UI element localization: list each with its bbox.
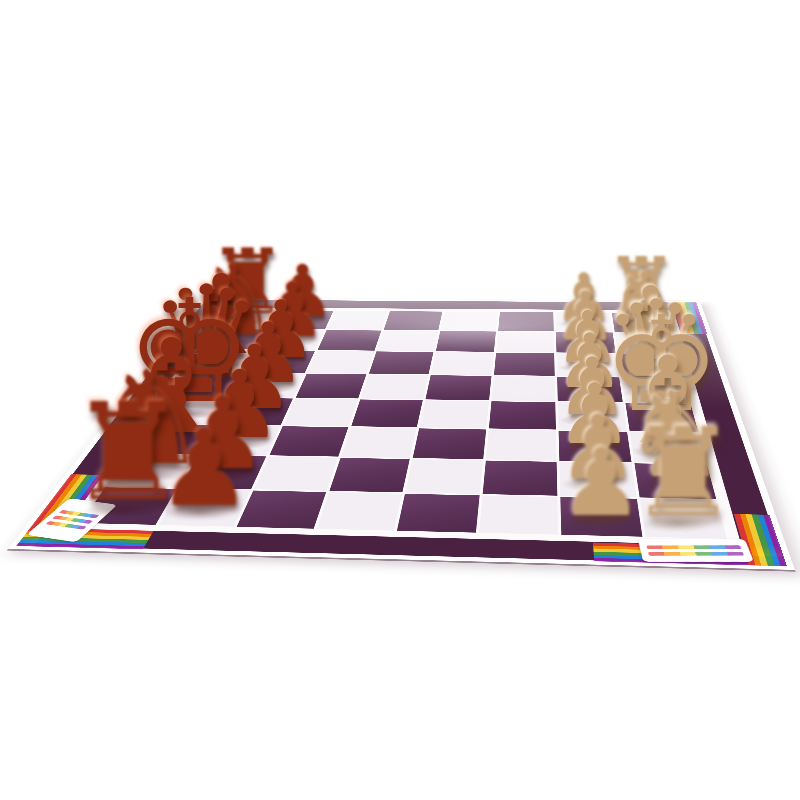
scene: ♜♞♝♛♚♝♞♜♟♟♟♟♟♟♟♟♟♟♟♟♟♟♟♟♜♞♝♛♚♝♞♜	[0, 0, 800, 800]
chess-piece-white-rook[interactable]: ♜	[628, 411, 738, 533]
chess-piece-white-pawn[interactable]: ♟	[559, 436, 643, 530]
chess-piece-black-pawn[interactable]: ♟	[157, 415, 252, 521]
pieces-layer: ♜♞♝♛♚♝♞♜♟♟♟♟♟♟♟♟♟♟♟♟♟♟♟♟♜♞♝♛♚♝♞♜	[0, 0, 800, 800]
